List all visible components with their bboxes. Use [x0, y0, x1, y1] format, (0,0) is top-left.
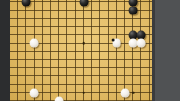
intersection-C6[interactable] — [22, 72, 30, 80]
intersection-K6[interactable] — [80, 72, 88, 80]
intersection-M10[interactable] — [96, 39, 104, 47]
intersection-K14[interactable] — [80, 6, 88, 14]
intersection-O9[interactable] — [113, 48, 121, 56]
intersection-S6[interactable] — [145, 72, 152, 80]
intersection-G11[interactable] — [55, 31, 63, 39]
intersection-H14[interactable] — [63, 6, 71, 14]
intersection-H11[interactable] — [63, 31, 71, 39]
intersection-J14[interactable] — [71, 6, 79, 14]
intersection-L13[interactable] — [88, 15, 96, 23]
intersection-E10[interactable] — [39, 39, 47, 47]
intersection-S12[interactable] — [145, 23, 152, 31]
intersection-D8[interactable] — [30, 56, 38, 64]
intersection-N3[interactable] — [104, 97, 112, 101]
intersection-Q5[interactable] — [129, 80, 137, 88]
intersection-K13[interactable] — [80, 15, 88, 23]
intersection-H9[interactable] — [63, 48, 71, 56]
intersection-O8[interactable] — [113, 56, 121, 64]
intersection-D3[interactable] — [30, 97, 38, 101]
intersection-B8[interactable] — [14, 56, 22, 64]
intersection-Q3[interactable] — [129, 97, 137, 101]
intersection-K10[interactable] — [80, 39, 88, 47]
intersection-F4[interactable] — [47, 89, 55, 97]
intersection-C5[interactable] — [22, 80, 30, 88]
intersection-B3[interactable] — [14, 97, 22, 101]
intersection-N14[interactable] — [104, 6, 112, 14]
intersection-E9[interactable] — [39, 48, 47, 56]
intersection-M3[interactable] — [96, 97, 104, 101]
intersection-F9[interactable] — [47, 48, 55, 56]
intersection-B14[interactable] — [14, 6, 22, 14]
intersection-N7[interactable] — [104, 64, 112, 72]
intersection-B6[interactable] — [14, 72, 22, 80]
go-app-window — [0, 0, 180, 101]
go-board[interactable] — [10, 0, 152, 101]
intersection-L6[interactable] — [88, 72, 96, 80]
intersection-E4[interactable] — [39, 89, 47, 97]
intersection-D6[interactable] — [30, 72, 38, 80]
intersection-G12[interactable] — [55, 23, 63, 31]
last-move-marker — [111, 38, 114, 41]
intersection-R3[interactable] — [137, 97, 145, 101]
white-stone-D10 — [30, 39, 39, 48]
intersection-F12[interactable] — [47, 23, 55, 31]
intersection-J5[interactable] — [71, 80, 79, 88]
intersection-L4[interactable] — [88, 89, 96, 97]
intersection-H13[interactable] — [63, 15, 71, 23]
intersection-O12[interactable] — [113, 23, 121, 31]
intersection-F13[interactable] — [47, 15, 55, 23]
intersection-G5[interactable] — [55, 80, 63, 88]
intersection-J8[interactable] — [71, 56, 79, 64]
intersection-N8[interactable] — [104, 56, 112, 64]
intersection-P7[interactable] — [121, 64, 129, 72]
intersection-B5[interactable] — [14, 80, 22, 88]
intersection-E3[interactable] — [39, 97, 47, 101]
intersection-M13[interactable] — [96, 15, 104, 23]
intersection-S3[interactable] — [145, 97, 152, 101]
intersection-R10[interactable] — [137, 39, 145, 47]
intersection-B9[interactable] — [14, 48, 22, 56]
intersection-O5[interactable] — [113, 80, 121, 88]
intersection-K8[interactable] — [80, 56, 88, 64]
intersection-M7[interactable] — [96, 64, 104, 72]
intersection-F6[interactable] — [47, 72, 55, 80]
intersection-Q13[interactable] — [129, 15, 137, 23]
intersection-R9[interactable] — [137, 48, 145, 56]
intersection-P4[interactable] — [121, 89, 129, 97]
intersection-Q4[interactable] — [129, 89, 137, 97]
intersection-L11[interactable] — [88, 31, 96, 39]
intersection-K4[interactable] — [80, 89, 88, 97]
intersection-J13[interactable] — [71, 15, 79, 23]
intersection-H3[interactable] — [63, 97, 71, 101]
intersection-F11[interactable] — [47, 31, 55, 39]
intersection-H6[interactable] — [63, 72, 71, 80]
intersection-J6[interactable] — [71, 72, 79, 80]
intersection-H8[interactable] — [63, 56, 71, 64]
white-stone-D4 — [30, 88, 39, 97]
left-side-bar — [0, 0, 10, 101]
intersection-B10[interactable] — [14, 39, 22, 47]
intersection-D13[interactable] — [30, 15, 38, 23]
intersection-B11[interactable] — [14, 31, 22, 39]
intersection-C13[interactable] — [22, 15, 30, 23]
intersection-E8[interactable] — [39, 56, 47, 64]
intersection-K5[interactable] — [80, 80, 88, 88]
intersection-R14[interactable] — [137, 6, 145, 14]
intersection-P12[interactable] — [121, 23, 129, 31]
intersection-N13[interactable] — [104, 15, 112, 23]
intersection-F5[interactable] — [47, 80, 55, 88]
intersection-C7[interactable] — [22, 64, 30, 72]
intersection-L8[interactable] — [88, 56, 96, 64]
intersection-F7[interactable] — [47, 64, 55, 72]
white-stone-O10 — [112, 39, 121, 48]
intersection-M4[interactable] — [96, 89, 104, 97]
right-side-bar — [152, 0, 180, 101]
intersection-K15[interactable] — [80, 0, 88, 6]
intersection-O3[interactable] — [113, 97, 121, 101]
intersection-O6[interactable] — [113, 72, 121, 80]
intersection-R13[interactable] — [137, 15, 145, 23]
intersection-Q14[interactable] — [129, 6, 137, 14]
intersection-E14[interactable] — [39, 6, 47, 14]
intersection-K12[interactable] — [80, 23, 88, 31]
intersection-S4[interactable] — [145, 89, 152, 97]
intersection-G10[interactable] — [55, 39, 63, 47]
intersection-D14[interactable] — [30, 6, 38, 14]
intersection-R7[interactable] — [137, 64, 145, 72]
intersection-K9[interactable] — [80, 48, 88, 56]
intersection-S10[interactable] — [145, 39, 152, 47]
intersection-N6[interactable] — [104, 72, 112, 80]
intersection-E12[interactable] — [39, 23, 47, 31]
intersection-H10[interactable] — [63, 39, 71, 47]
intersection-N5[interactable] — [104, 80, 112, 88]
black-stone-K15 — [79, 0, 88, 7]
intersection-N12[interactable] — [104, 23, 112, 31]
intersection-J11[interactable] — [71, 31, 79, 39]
white-stone-G3 — [55, 97, 64, 101]
intersection-H4[interactable] — [63, 89, 71, 97]
intersection-P8[interactable] — [121, 56, 129, 64]
intersection-G14[interactable] — [55, 6, 63, 14]
intersection-M14[interactable] — [96, 6, 104, 14]
intersection-R4[interactable] — [137, 89, 145, 97]
intersection-G7[interactable] — [55, 64, 63, 72]
intersection-J3[interactable] — [71, 97, 79, 101]
white-stone-P4 — [120, 88, 129, 97]
intersection-B7[interactable] — [14, 64, 22, 72]
intersection-B4[interactable] — [14, 89, 22, 97]
intersection-R8[interactable] — [137, 56, 145, 64]
black-stone-C15 — [22, 0, 31, 7]
intersection-C8[interactable] — [22, 56, 30, 64]
intersection-E11[interactable] — [39, 31, 47, 39]
intersection-C14[interactable] — [22, 6, 30, 14]
intersection-O14[interactable] — [113, 6, 121, 14]
intersection-S9[interactable] — [145, 48, 152, 56]
intersection-S5[interactable] — [145, 80, 152, 88]
intersection-S8[interactable] — [145, 56, 152, 64]
intersection-G9[interactable] — [55, 48, 63, 56]
intersection-M12[interactable] — [96, 23, 104, 31]
intersection-S13[interactable] — [145, 15, 152, 23]
intersection-J9[interactable] — [71, 48, 79, 56]
intersection-H7[interactable] — [63, 64, 71, 72]
black-stone-Q14 — [129, 6, 138, 15]
intersection-E7[interactable] — [39, 64, 47, 72]
intersection-G3[interactable] — [55, 97, 63, 101]
intersection-F8[interactable] — [47, 56, 55, 64]
intersection-O13[interactable] — [113, 15, 121, 23]
intersection-G8[interactable] — [55, 56, 63, 64]
intersection-Q6[interactable] — [129, 72, 137, 80]
intersection-B13[interactable] — [14, 15, 22, 23]
intersection-C9[interactable] — [22, 48, 30, 56]
intersection-H12[interactable] — [63, 23, 71, 31]
intersection-L12[interactable] — [88, 23, 96, 31]
intersection-S7[interactable] — [145, 64, 152, 72]
intersection-P13[interactable] — [121, 15, 129, 23]
board-grid — [10, 0, 152, 101]
intersection-C11[interactable] — [22, 31, 30, 39]
intersection-S11[interactable] — [145, 31, 152, 39]
intersection-J4[interactable] — [71, 89, 79, 97]
intersection-N4[interactable] — [104, 89, 112, 97]
intersection-K7[interactable] — [80, 64, 88, 72]
intersection-R5[interactable] — [137, 80, 145, 88]
intersection-S14[interactable] — [145, 6, 152, 14]
intersection-B12[interactable] — [14, 23, 22, 31]
intersection-Q7[interactable] — [129, 64, 137, 72]
intersection-Q9[interactable] — [129, 48, 137, 56]
intersection-R6[interactable] — [137, 72, 145, 80]
intersection-L5[interactable] — [88, 80, 96, 88]
intersection-J7[interactable] — [71, 64, 79, 72]
white-stone-R10 — [137, 39, 146, 48]
intersection-O7[interactable] — [113, 64, 121, 72]
intersection-K3[interactable] — [80, 97, 88, 101]
intersection-J10[interactable] — [71, 39, 79, 47]
intersection-E13[interactable] — [39, 15, 47, 23]
intersection-M8[interactable] — [96, 56, 104, 64]
intersection-L3[interactable] — [88, 97, 96, 101]
intersection-E6[interactable] — [39, 72, 47, 80]
intersection-L14[interactable] — [88, 6, 96, 14]
intersection-L9[interactable] — [88, 48, 96, 56]
intersection-D7[interactable] — [30, 64, 38, 72]
intersection-F14[interactable] — [47, 6, 55, 14]
intersection-L10[interactable] — [88, 39, 96, 47]
intersection-D12[interactable] — [30, 23, 38, 31]
intersection-G13[interactable] — [55, 15, 63, 23]
intersection-M5[interactable] — [96, 80, 104, 88]
intersection-E5[interactable] — [39, 80, 47, 88]
intersection-H5[interactable] — [63, 80, 71, 88]
intersection-K11[interactable] — [80, 31, 88, 39]
intersection-P6[interactable] — [121, 72, 129, 80]
intersection-M6[interactable] — [96, 72, 104, 80]
intersection-M9[interactable] — [96, 48, 104, 56]
intersection-Q8[interactable] — [129, 56, 137, 64]
intersection-J12[interactable] — [71, 23, 79, 31]
intersection-D10[interactable] — [30, 39, 38, 47]
intersection-C3[interactable] — [22, 97, 30, 101]
intersection-M11[interactable] — [96, 31, 104, 39]
intersection-C15[interactable] — [22, 0, 30, 6]
intersection-G6[interactable] — [55, 72, 63, 80]
intersection-D9[interactable] — [30, 48, 38, 56]
intersection-P3[interactable] — [121, 97, 129, 101]
intersection-D4[interactable] — [30, 89, 38, 97]
intersection-P9[interactable] — [121, 48, 129, 56]
intersection-F10[interactable] — [47, 39, 55, 47]
intersection-C12[interactable] — [22, 23, 30, 31]
intersection-L7[interactable] — [88, 64, 96, 72]
intersection-O10[interactable] — [113, 39, 121, 47]
intersection-N11[interactable] — [104, 31, 112, 39]
intersection-N9[interactable] — [104, 48, 112, 56]
